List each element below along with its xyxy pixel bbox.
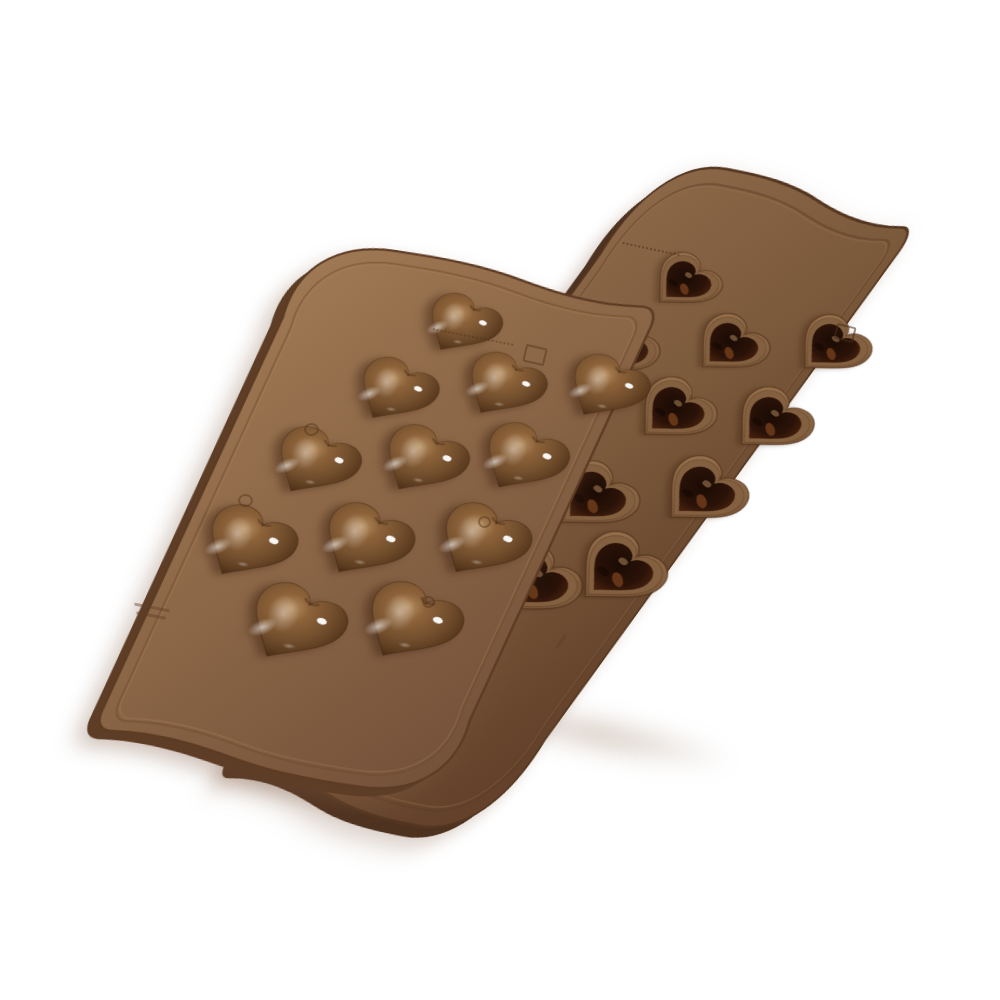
product-photo-scene bbox=[0, 0, 1000, 1000]
